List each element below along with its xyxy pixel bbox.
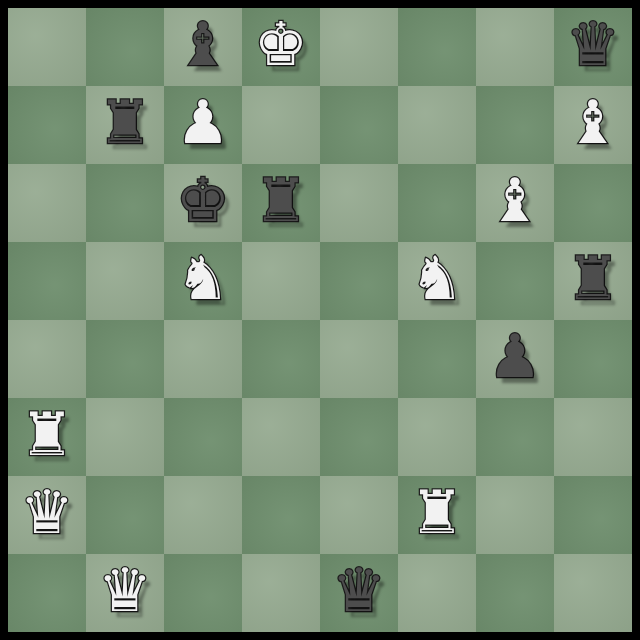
piece-white-queen[interactable]: ♛ [98, 560, 152, 620]
square-d3[interactable] [242, 398, 320, 476]
piece-black-queen[interactable]: ♛ [332, 560, 386, 620]
square-a3[interactable]: ♜ [8, 398, 86, 476]
square-g1[interactable] [476, 554, 554, 632]
square-h6[interactable] [554, 164, 632, 242]
piece-white-knight[interactable]: ♞ [410, 248, 464, 308]
square-e3[interactable] [320, 398, 398, 476]
square-d8[interactable]: ♚ [242, 8, 320, 86]
square-a6[interactable] [8, 164, 86, 242]
square-c5[interactable]: ♞ [164, 242, 242, 320]
square-g4[interactable]: ♟ [476, 320, 554, 398]
square-d4[interactable] [242, 320, 320, 398]
square-e8[interactable] [320, 8, 398, 86]
square-c4[interactable] [164, 320, 242, 398]
square-f3[interactable] [398, 398, 476, 476]
square-h7[interactable]: ♝ [554, 86, 632, 164]
square-g8[interactable] [476, 8, 554, 86]
square-d6[interactable]: ♜ [242, 164, 320, 242]
square-h5[interactable]: ♜ [554, 242, 632, 320]
square-a7[interactable] [8, 86, 86, 164]
square-d7[interactable] [242, 86, 320, 164]
square-g2[interactable] [476, 476, 554, 554]
square-h1[interactable] [554, 554, 632, 632]
square-h2[interactable] [554, 476, 632, 554]
square-g5[interactable] [476, 242, 554, 320]
piece-black-pawn[interactable]: ♟ [488, 326, 542, 386]
square-d5[interactable] [242, 242, 320, 320]
square-h8[interactable]: ♛ [554, 8, 632, 86]
square-e2[interactable] [320, 476, 398, 554]
square-g7[interactable] [476, 86, 554, 164]
square-c1[interactable] [164, 554, 242, 632]
square-e7[interactable] [320, 86, 398, 164]
piece-white-rook[interactable]: ♜ [20, 404, 74, 464]
square-c2[interactable] [164, 476, 242, 554]
square-b6[interactable] [86, 164, 164, 242]
square-d2[interactable] [242, 476, 320, 554]
piece-white-knight[interactable]: ♞ [176, 248, 230, 308]
square-b1[interactable]: ♛ [86, 554, 164, 632]
square-a2[interactable]: ♛ [8, 476, 86, 554]
square-b4[interactable] [86, 320, 164, 398]
square-c8[interactable]: ♝ [164, 8, 242, 86]
square-a4[interactable] [8, 320, 86, 398]
square-d1[interactable] [242, 554, 320, 632]
square-f5[interactable]: ♞ [398, 242, 476, 320]
piece-white-bishop[interactable]: ♝ [566, 92, 620, 152]
piece-white-rook[interactable]: ♜ [410, 482, 464, 542]
square-g6[interactable]: ♝ [476, 164, 554, 242]
square-b3[interactable] [86, 398, 164, 476]
square-h3[interactable] [554, 398, 632, 476]
square-c7[interactable]: ♟ [164, 86, 242, 164]
board-frame: ♝♚♛♜♟♝♚♜♝♞♞♜♟♜♛♜♛♛ [0, 0, 640, 640]
square-b5[interactable] [86, 242, 164, 320]
piece-black-king[interactable]: ♚ [176, 170, 230, 230]
square-f6[interactable] [398, 164, 476, 242]
square-e6[interactable] [320, 164, 398, 242]
piece-white-pawn[interactable]: ♟ [176, 92, 230, 152]
square-a1[interactable] [8, 554, 86, 632]
square-c6[interactable]: ♚ [164, 164, 242, 242]
square-f2[interactable]: ♜ [398, 476, 476, 554]
square-a8[interactable] [8, 8, 86, 86]
piece-white-queen[interactable]: ♛ [20, 482, 74, 542]
square-f1[interactable] [398, 554, 476, 632]
piece-black-rook[interactable]: ♜ [254, 170, 308, 230]
square-a5[interactable] [8, 242, 86, 320]
piece-black-rook[interactable]: ♜ [98, 92, 152, 152]
piece-black-rook[interactable]: ♜ [566, 248, 620, 308]
square-h4[interactable] [554, 320, 632, 398]
piece-white-bishop[interactable]: ♝ [488, 170, 542, 230]
square-e5[interactable] [320, 242, 398, 320]
square-g3[interactable] [476, 398, 554, 476]
square-b7[interactable]: ♜ [86, 86, 164, 164]
square-b8[interactable] [86, 8, 164, 86]
square-c3[interactable] [164, 398, 242, 476]
square-b2[interactable] [86, 476, 164, 554]
piece-white-king[interactable]: ♚ [254, 14, 308, 74]
square-f7[interactable] [398, 86, 476, 164]
piece-black-queen[interactable]: ♛ [566, 14, 620, 74]
square-f4[interactable] [398, 320, 476, 398]
square-e4[interactable] [320, 320, 398, 398]
square-f8[interactable] [398, 8, 476, 86]
piece-black-bishop[interactable]: ♝ [176, 14, 230, 74]
square-e1[interactable]: ♛ [320, 554, 398, 632]
chess-board: ♝♚♛♜♟♝♚♜♝♞♞♜♟♜♛♜♛♛ [8, 8, 632, 632]
